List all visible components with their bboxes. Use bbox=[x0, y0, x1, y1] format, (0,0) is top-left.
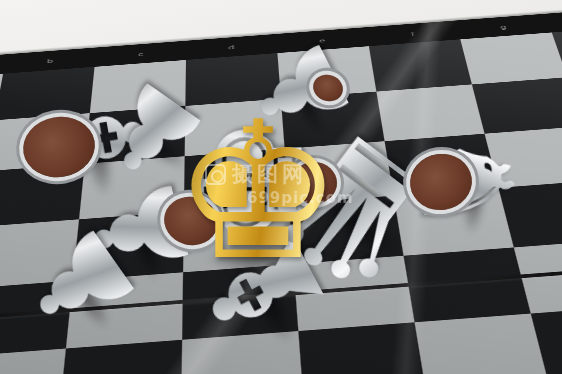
board-square-g2 bbox=[472, 77, 562, 133]
file-label-b: b bbox=[39, 58, 60, 66]
file-label-f: f bbox=[402, 31, 424, 39]
photo-stage: abcdefgh 12345678 ♚♛♞♟♝♟♟♟♝♚ 摄图网 699pic.… bbox=[0, 0, 562, 374]
board-square-f6 bbox=[415, 314, 550, 374]
board-square-g1 bbox=[460, 32, 562, 84]
standing-gold-king: ♚ bbox=[173, 97, 343, 287]
board-square-f1 bbox=[369, 39, 472, 91]
file-label-g: g bbox=[493, 24, 515, 32]
file-label-d: d bbox=[221, 44, 241, 52]
